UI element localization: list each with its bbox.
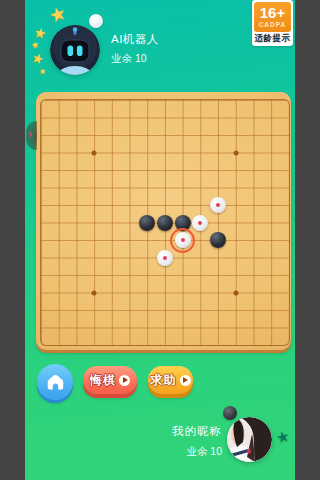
star-icon: ★ [33,25,48,41]
home-icon [46,373,65,392]
white-stone [157,250,173,266]
gomoku-board-panel [36,92,291,350]
help-button-label: 求助 [151,372,177,389]
board-star-point [92,290,97,295]
board-star-point [92,150,97,155]
help-button[interactable]: 求助 [148,366,193,394]
age-rating-value: 16+ [254,4,291,21]
white-stone-indicator [89,14,103,28]
age-rating-label: 适龄提示 [254,32,291,45]
star-icon: ★ [39,68,46,76]
white-stone-last-move [175,232,191,248]
gomoku-game-screen: ★ ★ ★ ★ ★ AI机器人 业余 10 [25,0,295,480]
bottom-player-panel: 我的昵称 业余 10 ★ [25,400,295,480]
bottom-player-rank: 业余 10 [172,445,222,459]
board-star-point [233,150,238,155]
watch-ad-play-icon [119,375,130,386]
chevron-right-icon: › [28,128,32,140]
undo-move-button[interactable]: 悔棋 [83,366,137,394]
gomoku-board-grid[interactable] [40,99,290,346]
bottom-player-info: 我的昵称 业余 10 [172,424,222,459]
age-rating-org: CADPA [254,21,291,29]
top-player-panel: ★ ★ ★ ★ ★ AI机器人 业余 10 [25,0,255,90]
ai-robot-avatar[interactable] [50,25,100,75]
white-stone [210,197,226,213]
drawer-handle[interactable]: › [26,121,37,150]
watch-ad-play-icon [180,375,191,386]
board-star-point [233,290,238,295]
top-player-info: AI机器人 业余 10 [111,32,159,66]
black-stone-indicator [223,406,237,420]
black-stone [210,232,226,248]
star-icon: ★ [30,51,45,67]
undo-button-label: 悔棋 [90,372,116,389]
black-stone [139,215,155,231]
age-rating-badge: 16+ CADPA 适龄提示 [252,0,293,46]
top-player-rank: 业余 10 [111,52,159,66]
bottom-player-name: 我的昵称 [172,424,222,439]
star-icon: ★ [274,428,291,446]
black-stone [157,215,173,231]
top-player-name: AI机器人 [111,32,159,47]
white-stone [192,215,208,231]
my-avatar[interactable] [227,417,272,462]
star-icon: ★ [46,3,68,26]
home-button[interactable] [37,364,73,400]
age-rating-inner: 16+ CADPA [254,2,291,32]
